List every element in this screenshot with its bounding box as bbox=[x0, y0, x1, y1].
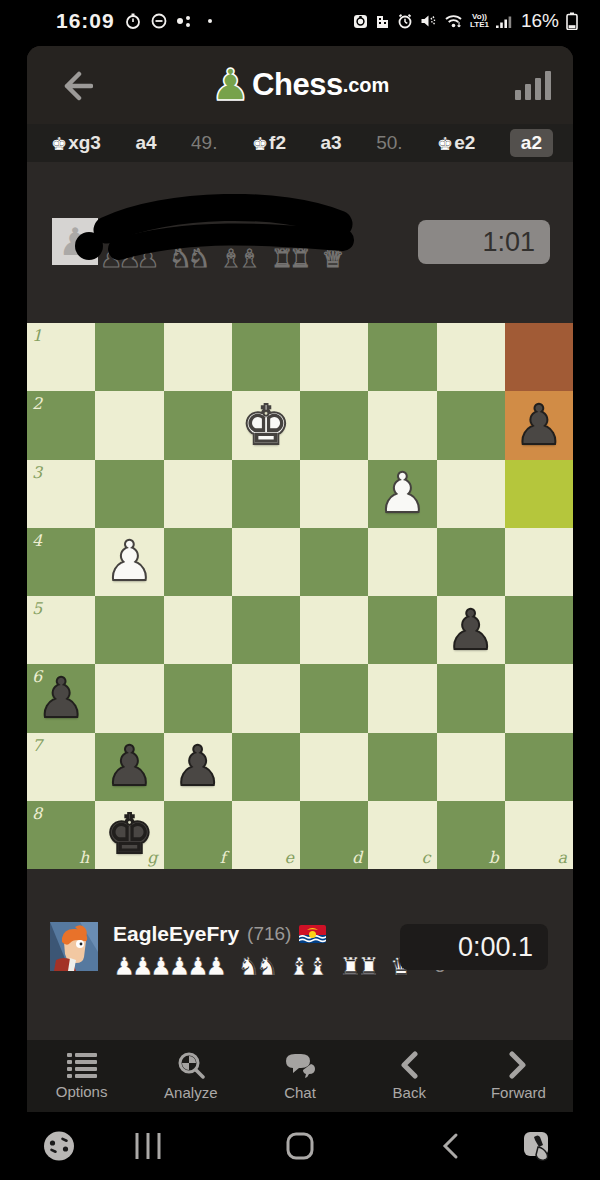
piece-white-king[interactable]: ♚ bbox=[232, 391, 300, 459]
chat-bubbles-icon bbox=[284, 1052, 316, 1079]
file-label-d: d bbox=[352, 848, 362, 867]
rank-label-7: 7 bbox=[32, 736, 42, 755]
square-g2[interactable] bbox=[95, 391, 163, 459]
square-c7[interactable] bbox=[368, 733, 436, 801]
square-a5[interactable] bbox=[505, 596, 573, 664]
square-b8[interactable]: b bbox=[437, 801, 505, 869]
square-h2[interactable]: 2 bbox=[27, 391, 95, 459]
captured-pieces-bottom: ♟♟♟♟♟♟♞♞♝♝♜♜♛+3 bbox=[113, 952, 445, 981]
square-g1[interactable] bbox=[95, 323, 163, 391]
square-h5[interactable]: 5 bbox=[27, 596, 95, 664]
move-number: 49. bbox=[191, 132, 217, 154]
recent-apps-icon[interactable] bbox=[134, 1133, 162, 1159]
square-a3[interactable] bbox=[505, 460, 573, 528]
square-f4[interactable] bbox=[164, 528, 232, 596]
square-f7[interactable]: ♟ bbox=[164, 733, 232, 801]
square-c1[interactable] bbox=[368, 323, 436, 391]
captured-piece-group: ♜♜ bbox=[339, 952, 380, 981]
notification-dot bbox=[208, 19, 212, 23]
file-label-a: a bbox=[557, 848, 567, 867]
battery-percent: 16% bbox=[521, 10, 559, 32]
piece-black-pawn[interactable]: ♟ bbox=[437, 596, 505, 664]
square-c5[interactable] bbox=[368, 596, 436, 664]
battery-saver-icon bbox=[353, 13, 368, 29]
file-label-c: c bbox=[422, 848, 431, 867]
android-nav-bar bbox=[0, 1112, 600, 1180]
file-label-b: b bbox=[489, 848, 499, 867]
player-bottom-avatar[interactable] bbox=[50, 922, 98, 971]
move-token[interactable]: a2 bbox=[510, 129, 553, 157]
move-token[interactable]: ♚xg3 bbox=[51, 132, 101, 154]
forward-move-button[interactable]: Forward bbox=[464, 1040, 573, 1112]
move-token[interactable]: a4 bbox=[135, 132, 156, 154]
piece-black-pawn[interactable]: ♟ bbox=[505, 391, 573, 459]
rank-label-1: 1 bbox=[32, 326, 42, 345]
square-e3[interactable] bbox=[232, 460, 300, 528]
rank-label-2: 2 bbox=[32, 394, 42, 413]
rank-label-3: 3 bbox=[32, 463, 42, 482]
alarm-icon bbox=[397, 13, 413, 29]
piece-black-pawn[interactable]: ♟ bbox=[95, 733, 163, 801]
chess-board[interactable]: 12♚♟3♟4♟5♟6♟7♟♟8hg♚fedcba bbox=[27, 323, 573, 869]
square-c2[interactable] bbox=[368, 391, 436, 459]
file-label-e: e bbox=[285, 848, 294, 867]
square-b6[interactable] bbox=[437, 664, 505, 732]
square-b4[interactable] bbox=[437, 528, 505, 596]
square-e5[interactable] bbox=[232, 596, 300, 664]
square-d6[interactable] bbox=[300, 664, 368, 732]
captured-piece-group: ♟♟♟♟♟♟ bbox=[113, 952, 227, 981]
square-d3[interactable] bbox=[300, 460, 368, 528]
options-list-icon bbox=[67, 1052, 97, 1078]
connection-bars-icon[interactable] bbox=[515, 70, 551, 100]
square-e6[interactable] bbox=[232, 664, 300, 732]
square-g7[interactable]: ♟ bbox=[95, 733, 163, 801]
square-f8[interactable]: f bbox=[164, 801, 232, 869]
square-h3[interactable]: 3 bbox=[27, 460, 95, 528]
square-e7[interactable] bbox=[232, 733, 300, 801]
wifi-icon bbox=[444, 13, 463, 29]
square-e4[interactable] bbox=[232, 528, 300, 596]
kiribati-flag-icon bbox=[299, 925, 326, 943]
square-h4[interactable]: 4 bbox=[27, 528, 95, 596]
square-a4[interactable] bbox=[505, 528, 573, 596]
logo-com-text: .com bbox=[343, 74, 390, 97]
move-token[interactable]: a3 bbox=[321, 132, 342, 154]
square-h8[interactable]: 8h bbox=[27, 801, 95, 869]
timer-icon bbox=[125, 13, 141, 29]
signal-strength-icon bbox=[496, 13, 514, 29]
player-bottom-section: EagleEyeFry (716) ♟♟♟♟♟♟♞♞♝♝♜♜♛+3 0:00.1 bbox=[27, 869, 573, 1040]
square-b5[interactable]: ♟ bbox=[437, 596, 505, 664]
square-g5[interactable] bbox=[95, 596, 163, 664]
building-icon bbox=[375, 13, 390, 29]
app-header: ♟ Chess .com bbox=[27, 46, 573, 124]
notification-dots bbox=[177, 16, 190, 27]
clock-top: 1:01 bbox=[418, 220, 550, 264]
game-launcher-icon[interactable] bbox=[42, 1130, 76, 1162]
square-c3[interactable]: ♟ bbox=[368, 460, 436, 528]
volte-label: Vo)) LTE1 bbox=[470, 13, 489, 29]
piece-white-pawn[interactable]: ♟ bbox=[95, 528, 163, 596]
square-a2[interactable]: ♟ bbox=[505, 391, 573, 459]
move-list: ♚xg3a449.♚f2a350.♚e2a2 bbox=[27, 124, 573, 162]
square-d5[interactable] bbox=[300, 596, 368, 664]
status-time: 16:09 bbox=[56, 9, 115, 33]
fry-avatar-image bbox=[50, 922, 98, 971]
square-h7[interactable]: 7 bbox=[27, 733, 95, 801]
square-e2[interactable]: ♚ bbox=[232, 391, 300, 459]
square-g3[interactable] bbox=[95, 460, 163, 528]
square-d1[interactable] bbox=[300, 323, 368, 391]
piece-black-pawn[interactable]: ♟ bbox=[164, 733, 232, 801]
pen-window-icon[interactable] bbox=[520, 1129, 554, 1163]
square-b2[interactable] bbox=[437, 391, 505, 459]
chevron-right-icon bbox=[509, 1051, 527, 1079]
square-a7[interactable] bbox=[505, 733, 573, 801]
player-bottom-rating: (716) bbox=[247, 923, 291, 945]
move-token[interactable]: ♚e2 bbox=[437, 132, 475, 154]
square-d4[interactable] bbox=[300, 528, 368, 596]
clock-bottom: 0:00.1 bbox=[400, 924, 548, 970]
square-a8[interactable]: a bbox=[505, 801, 573, 869]
player-top-section: ♟ ♟♟♟♞♞♝♝♜♜♛ 1:01 bbox=[27, 162, 573, 323]
rank-label-8: 8 bbox=[32, 804, 42, 823]
player-bottom-name[interactable]: EagleEyeFry bbox=[113, 922, 239, 946]
chat-button[interactable]: Back Chat bbox=[245, 1040, 354, 1112]
square-h6[interactable]: 6♟ bbox=[27, 664, 95, 732]
mute-icon bbox=[420, 13, 437, 29]
home-icon[interactable] bbox=[285, 1131, 315, 1161]
square-b3[interactable] bbox=[437, 460, 505, 528]
square-b7[interactable] bbox=[437, 733, 505, 801]
options-button[interactable]: Options bbox=[27, 1040, 136, 1112]
square-a6[interactable] bbox=[505, 664, 573, 732]
chevron-left-icon bbox=[400, 1051, 418, 1079]
battery-icon bbox=[566, 12, 578, 30]
square-e1[interactable] bbox=[232, 323, 300, 391]
chesscom-logo: ♟ Chess .com bbox=[27, 60, 573, 110]
captured-piece-group: ♝♝ bbox=[288, 952, 329, 981]
square-d7[interactable] bbox=[300, 733, 368, 801]
square-f5[interactable] bbox=[164, 596, 232, 664]
square-b1[interactable] bbox=[437, 323, 505, 391]
square-c4[interactable] bbox=[368, 528, 436, 596]
square-g6[interactable] bbox=[95, 664, 163, 732]
square-c8[interactable]: c bbox=[368, 801, 436, 869]
analyze-button[interactable]: Analyze bbox=[136, 1040, 245, 1112]
logo-chess-text: Chess bbox=[252, 67, 343, 103]
analyze-magnifier-icon bbox=[177, 1051, 205, 1079]
move-number: 50. bbox=[376, 132, 402, 154]
square-d2[interactable] bbox=[300, 391, 368, 459]
square-a1[interactable] bbox=[505, 323, 573, 391]
square-f1[interactable] bbox=[164, 323, 232, 391]
chesscom-pawn-icon: ♟ bbox=[211, 60, 250, 110]
name-scribble-redaction bbox=[67, 194, 357, 274]
captured-piece-group: ♞♞ bbox=[237, 952, 278, 981]
game-toolbar: Options Analyze Back Chat Back Forward bbox=[27, 1040, 573, 1112]
square-h1[interactable]: 1 bbox=[27, 323, 95, 391]
square-e8[interactable]: e bbox=[232, 801, 300, 869]
phone-screen: 16:09 Vo)) LTE1 16% bbox=[0, 0, 600, 1180]
move-token[interactable]: ♚f2 bbox=[252, 132, 286, 154]
piece-white-pawn[interactable]: ♟ bbox=[368, 460, 436, 528]
back-move-button[interactable]: Back bbox=[355, 1040, 464, 1112]
square-f6[interactable] bbox=[164, 664, 232, 732]
rank-label-4: 4 bbox=[32, 531, 42, 550]
nav-back-icon[interactable] bbox=[440, 1131, 460, 1161]
file-label-f: f bbox=[220, 848, 226, 867]
do-not-disturb-icon bbox=[151, 13, 167, 29]
square-c6[interactable] bbox=[368, 664, 436, 732]
chess-app: ♟ Chess .com ♚xg3a449.♚f2a350.♚e2a2 ♟ ♟♟… bbox=[27, 46, 573, 1112]
piece-black-pawn[interactable]: ♟ bbox=[27, 664, 95, 732]
square-f2[interactable] bbox=[164, 391, 232, 459]
piece-black-king[interactable]: ♚ bbox=[95, 801, 163, 869]
square-g8[interactable]: g♚ bbox=[95, 801, 163, 869]
square-f3[interactable] bbox=[164, 460, 232, 528]
status-bar: 16:09 Vo)) LTE1 16% bbox=[0, 0, 600, 42]
rank-label-5: 5 bbox=[32, 599, 42, 618]
square-g4[interactable]: ♟ bbox=[95, 528, 163, 596]
square-d8[interactable]: d bbox=[300, 801, 368, 869]
file-label-h: h bbox=[79, 848, 89, 867]
